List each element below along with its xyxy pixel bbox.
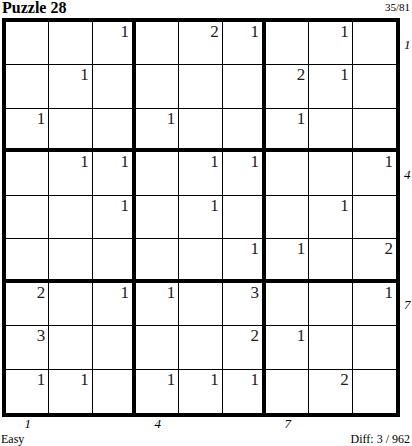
cell-r9c5-clue[interactable]: 1 <box>179 370 222 413</box>
cell-r3c9[interactable] <box>353 109 396 152</box>
cell-r4c1[interactable] <box>6 152 49 195</box>
cell-r8c9[interactable] <box>353 326 396 369</box>
cell-r4c4[interactable] <box>136 152 179 195</box>
cell-r9c4-clue[interactable]: 1 <box>136 370 179 413</box>
cell-r7c9-clue[interactable]: 1 <box>353 283 396 326</box>
cell-r6c8[interactable] <box>309 239 352 282</box>
cell-r2c9[interactable] <box>353 65 396 108</box>
cell-r1c4[interactable] <box>136 22 179 65</box>
cell-r7c2[interactable] <box>49 283 92 326</box>
cell-r1c6-clue[interactable]: 1 <box>223 22 266 65</box>
cell-r6c5[interactable] <box>179 239 222 282</box>
cell-r8c6-clue[interactable]: 2 <box>223 326 266 369</box>
puzzle-sheet: Puzzle 28 35/81 121112111111111111112211… <box>0 0 412 446</box>
cell-r3c7-clue[interactable]: 1 <box>266 109 309 152</box>
cell-r7c1-clue[interactable]: 2 <box>6 283 49 326</box>
cell-r3c5[interactable] <box>179 109 222 152</box>
cell-r7c3-clue[interactable]: 1 <box>93 283 136 326</box>
cell-r5c8-clue[interactable]: 1 <box>309 196 352 239</box>
cell-r8c7-clue[interactable]: 1 <box>266 326 309 369</box>
cell-r9c3[interactable] <box>93 370 136 413</box>
cell-r7c7[interactable] <box>266 283 309 326</box>
cell-r2c3[interactable] <box>93 65 136 108</box>
cell-r3c8[interactable] <box>309 109 352 152</box>
cell-r4c7[interactable] <box>266 152 309 195</box>
cell-r8c8[interactable] <box>309 326 352 369</box>
cell-r1c2[interactable] <box>49 22 92 65</box>
cell-r1c1[interactable] <box>6 22 49 65</box>
cell-r9c6-clue[interactable]: 1 <box>223 370 266 413</box>
cell-r7c5[interactable] <box>179 283 222 326</box>
cell-r2c4[interactable] <box>136 65 179 108</box>
cell-r5c1[interactable] <box>6 196 49 239</box>
cell-r8c2[interactable] <box>49 326 92 369</box>
cell-r2c7-clue[interactable]: 2 <box>266 65 309 108</box>
cell-r2c8-clue[interactable]: 1 <box>309 65 352 108</box>
row-label-4: 4 <box>404 168 411 181</box>
cell-r8c5[interactable] <box>179 326 222 369</box>
cell-r5c2[interactable] <box>49 196 92 239</box>
cell-r5c9[interactable] <box>353 196 396 239</box>
cell-r2c5[interactable] <box>179 65 222 108</box>
cell-r6c4[interactable] <box>136 239 179 282</box>
cell-r7c8[interactable] <box>309 283 352 326</box>
cell-r7c4-clue[interactable]: 1 <box>136 283 179 326</box>
cell-r9c2-clue[interactable]: 1 <box>49 370 92 413</box>
row-label-1: 1 <box>404 38 411 51</box>
puzzle-title: Puzzle 28 <box>2 0 66 16</box>
cell-r2c6[interactable] <box>223 65 266 108</box>
cell-r2c1[interactable] <box>6 65 49 108</box>
row-label-7: 7 <box>404 298 411 311</box>
cell-r6c7-clue[interactable]: 1 <box>266 239 309 282</box>
difficulty-score: Diff: 3 / 962 <box>351 433 410 445</box>
cell-r4c9-clue[interactable]: 1 <box>353 152 396 195</box>
cell-r4c2-clue[interactable]: 1 <box>49 152 92 195</box>
cell-r6c6-clue[interactable]: 1 <box>223 239 266 282</box>
cell-r6c9-clue[interactable]: 2 <box>353 239 396 282</box>
cell-r4c8[interactable] <box>309 152 352 195</box>
cell-r5c3-clue[interactable]: 1 <box>93 196 136 239</box>
cell-r1c8-clue[interactable]: 1 <box>309 22 352 65</box>
cell-r1c7[interactable] <box>266 22 309 65</box>
cell-r6c3[interactable] <box>93 239 136 282</box>
cell-r1c5-clue[interactable]: 2 <box>179 22 222 65</box>
cell-r3c4-clue[interactable]: 1 <box>136 109 179 152</box>
cell-r9c7[interactable] <box>266 370 309 413</box>
puzzle-board: 12111211111111111111221131321111112 <box>2 18 400 417</box>
cell-r9c8-clue[interactable]: 2 <box>309 370 352 413</box>
cell-r3c6[interactable] <box>223 109 266 152</box>
cell-r5c5-clue[interactable]: 1 <box>179 196 222 239</box>
cell-r9c9[interactable] <box>353 370 396 413</box>
cell-r3c3[interactable] <box>93 109 136 152</box>
cell-r6c2[interactable] <box>49 239 92 282</box>
cell-r5c4[interactable] <box>136 196 179 239</box>
cell-r2c2-clue[interactable]: 1 <box>49 65 92 108</box>
cell-r4c5-clue[interactable]: 1 <box>179 152 222 195</box>
cell-r6c1[interactable] <box>6 239 49 282</box>
cell-r5c6[interactable] <box>223 196 266 239</box>
col-label-7: 7 <box>284 417 291 430</box>
cell-r9c1-clue[interactable]: 1 <box>6 370 49 413</box>
cell-r3c1-clue[interactable]: 1 <box>6 109 49 152</box>
cell-r1c9[interactable] <box>353 22 396 65</box>
cell-r5c7[interactable] <box>266 196 309 239</box>
cell-r3c2[interactable] <box>49 109 92 152</box>
col-label-4: 4 <box>154 417 161 430</box>
clue-count: 35/81 <box>385 2 410 13</box>
cell-r1c3-clue[interactable]: 1 <box>93 22 136 65</box>
cell-r4c6-clue[interactable]: 1 <box>223 152 266 195</box>
col-label-1: 1 <box>24 417 31 430</box>
difficulty-label: Easy <box>1 433 24 445</box>
cell-r4c3-clue[interactable]: 1 <box>93 152 136 195</box>
cell-r8c1-clue[interactable]: 3 <box>6 326 49 369</box>
cell-r8c4[interactable] <box>136 326 179 369</box>
cell-r7c6-clue[interactable]: 3 <box>223 283 266 326</box>
cell-r8c3[interactable] <box>93 326 136 369</box>
